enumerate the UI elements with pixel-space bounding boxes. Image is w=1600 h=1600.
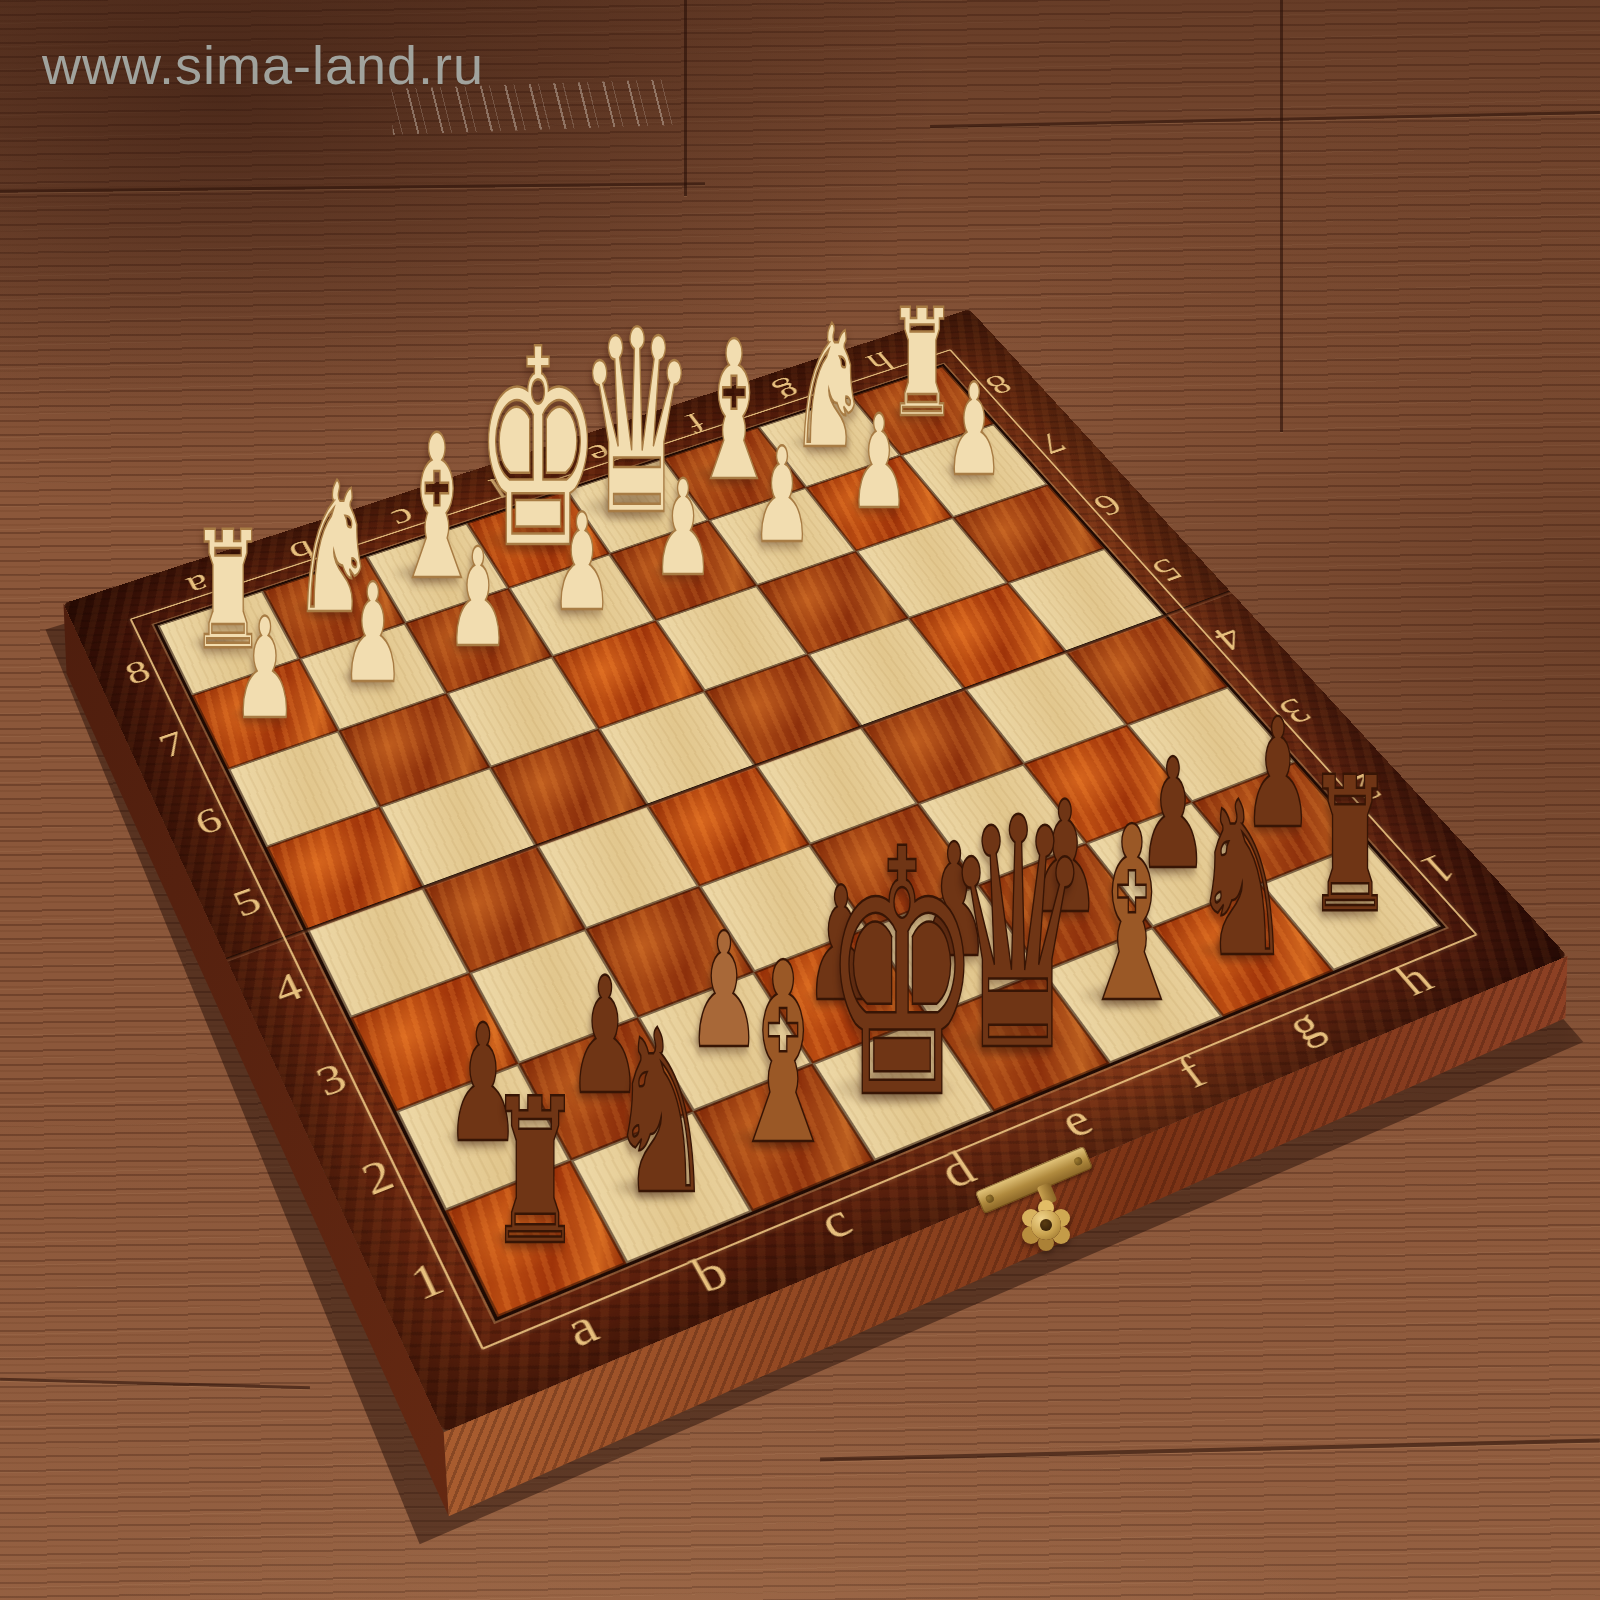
latch-flower-clasp	[1018, 1196, 1074, 1254]
plank-joint	[0, 182, 705, 192]
plank-joint	[820, 1438, 1600, 1461]
plank-joint	[1280, 0, 1283, 432]
plank-joint	[930, 111, 1600, 128]
product-photo: abcdefgh abcdefgh 87654321 87654321 ♜♞♝♚…	[0, 0, 1600, 1600]
plank-joint	[684, 0, 687, 196]
plank-joint	[0, 1378, 310, 1390]
watermark: www.sima-land.ru	[42, 34, 484, 96]
